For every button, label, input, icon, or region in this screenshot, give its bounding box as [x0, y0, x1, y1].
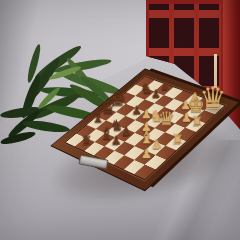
chessboard-product-photo: ♝♛♚♜♞♝♞♟♟♟♟♟♟♟♞♝♛♟♟♟♟♟♚♜♜ ♛	[0, 0, 240, 240]
off-board-white-queen: ♛	[199, 83, 227, 114]
